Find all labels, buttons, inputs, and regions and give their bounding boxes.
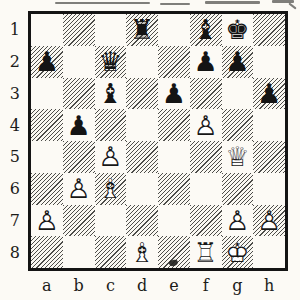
rank-label-1: 1 (2, 14, 24, 46)
file-label-d: d (126, 273, 158, 297)
square-f2[interactable]: ♟ (190, 46, 222, 78)
square-a3[interactable] (31, 78, 63, 110)
black-bishop-piece: ♝ (190, 14, 222, 46)
square-h4[interactable] (253, 109, 285, 141)
file-labels: abcdefgh (31, 273, 285, 297)
square-a6[interactable] (31, 173, 63, 205)
page-artifact-dash (55, 2, 150, 4)
piece-outline: ♕ (222, 141, 254, 173)
piece-outline: ♖ (190, 236, 222, 268)
square-a1[interactable] (31, 14, 63, 46)
chess-board: ♜♝♚♟♛♟♟♝♟♟♟♟♙♟♙♛♕♟♙♝♗♟♙♟♙♟♙♝♗♜♖♚♔ (28, 11, 288, 271)
square-g8[interactable]: ♚♔ (222, 236, 254, 268)
piece-outline: ♙ (95, 141, 127, 173)
rank-label-4: 4 (2, 109, 24, 141)
square-c6[interactable]: ♝♗ (95, 173, 127, 205)
square-h5[interactable] (253, 141, 285, 173)
square-g1[interactable]: ♚ (222, 14, 254, 46)
piece-outline: ♗ (126, 236, 158, 268)
file-label-c: c (95, 273, 127, 297)
piece-outline: ♔ (222, 236, 254, 268)
square-f8[interactable]: ♜♖ (190, 236, 222, 268)
square-a8[interactable] (31, 236, 63, 268)
square-a4[interactable] (31, 109, 63, 141)
square-c5[interactable]: ♟♙ (95, 141, 127, 173)
square-b8[interactable] (63, 236, 95, 268)
square-b7[interactable] (63, 205, 95, 237)
white-pawn-piece: ♟♙ (31, 205, 63, 237)
square-f1[interactable]: ♝ (190, 14, 222, 46)
file-label-a: a (31, 273, 63, 297)
square-f3[interactable] (190, 78, 222, 110)
white-pawn-piece: ♟♙ (253, 205, 285, 237)
rank-label-6: 6 (2, 173, 24, 205)
square-h3[interactable]: ♟ (253, 78, 285, 110)
page-artifact-dash (205, 1, 260, 4)
page-artifact-tick (288, 2, 296, 9)
black-pawn-piece: ♟ (253, 78, 285, 110)
file-label-f: f (190, 273, 222, 297)
square-h1[interactable] (253, 14, 285, 46)
white-pawn-piece: ♟♙ (222, 205, 254, 237)
square-d4[interactable] (126, 109, 158, 141)
black-rook-piece: ♜ (126, 14, 158, 46)
file-label-g: g (222, 273, 254, 297)
white-queen-piece: ♛♕ (222, 141, 254, 173)
square-d3[interactable] (126, 78, 158, 110)
square-a2[interactable]: ♟ (31, 46, 63, 78)
black-king-piece: ♚ (222, 14, 254, 46)
square-f4[interactable]: ♟♙ (190, 109, 222, 141)
square-e1[interactable] (158, 14, 190, 46)
page-artifact-dash (160, 3, 190, 5)
file-label-h: h (253, 273, 285, 297)
square-a5[interactable] (31, 141, 63, 173)
black-pawn-piece: ♟ (31, 46, 63, 78)
white-pawn-piece: ♟♙ (190, 109, 222, 141)
piece-outline: ♙ (63, 173, 95, 205)
black-queen-piece: ♛ (95, 46, 127, 78)
square-h6[interactable] (253, 173, 285, 205)
square-f7[interactable] (190, 205, 222, 237)
square-g2[interactable]: ♟ (222, 46, 254, 78)
square-d5[interactable] (126, 141, 158, 173)
ink-smudge-artifact (168, 259, 178, 266)
white-bishop-piece: ♝♗ (95, 173, 127, 205)
white-rook-piece: ♜♖ (190, 236, 222, 268)
square-h2[interactable] (253, 46, 285, 78)
rank-label-2: 2 (2, 46, 24, 78)
square-e4[interactable] (158, 109, 190, 141)
square-f6[interactable] (190, 173, 222, 205)
black-pawn-piece: ♟ (63, 109, 95, 141)
square-c4[interactable] (95, 109, 127, 141)
file-label-e: e (158, 273, 190, 297)
piece-outline: ♙ (31, 205, 63, 237)
square-f5[interactable] (190, 141, 222, 173)
white-king-piece: ♚♔ (222, 236, 254, 268)
square-b2[interactable] (63, 46, 95, 78)
square-h7[interactable]: ♟♙ (253, 205, 285, 237)
square-c3[interactable]: ♝ (95, 78, 127, 110)
white-bishop-piece: ♝♗ (126, 236, 158, 268)
square-e6[interactable] (158, 173, 190, 205)
square-e7[interactable] (158, 205, 190, 237)
square-e3[interactable]: ♟ (158, 78, 190, 110)
square-g7[interactable]: ♟♙ (222, 205, 254, 237)
white-pawn-piece: ♟♙ (95, 141, 127, 173)
square-g5[interactable]: ♛♕ (222, 141, 254, 173)
square-d8[interactable]: ♝♗ (126, 236, 158, 268)
square-e8[interactable] (158, 236, 190, 268)
black-pawn-piece: ♟ (158, 78, 190, 110)
rank-labels: 12345678 (2, 14, 24, 268)
piece-outline: ♙ (222, 205, 254, 237)
square-d2[interactable] (126, 46, 158, 78)
rank-label-8: 8 (2, 236, 24, 268)
black-bishop-piece: ♝ (95, 78, 127, 110)
piece-outline: ♙ (190, 109, 222, 141)
file-label-b: b (63, 273, 95, 297)
square-c1[interactable] (95, 14, 127, 46)
square-g3[interactable] (222, 78, 254, 110)
square-a7[interactable]: ♟♙ (31, 205, 63, 237)
square-h8[interactable] (253, 236, 285, 268)
page: 12345678 ♜♝♚♟♛♟♟♝♟♟♟♟♙♟♙♛♕♟♙♝♗♟♙♟♙♟♙♝♗♜♖… (0, 0, 300, 300)
square-b4[interactable]: ♟ (63, 109, 95, 141)
square-g4[interactable] (222, 109, 254, 141)
rank-label-3: 3 (2, 78, 24, 110)
square-b1[interactable] (63, 14, 95, 46)
square-c7[interactable] (95, 205, 127, 237)
square-b6[interactable]: ♟♙ (63, 173, 95, 205)
rank-label-7: 7 (2, 205, 24, 237)
square-b5[interactable] (63, 141, 95, 173)
square-d7[interactable] (126, 205, 158, 237)
square-d6[interactable] (126, 173, 158, 205)
square-e5[interactable] (158, 141, 190, 173)
black-pawn-piece: ♟ (190, 46, 222, 78)
square-e2[interactable] (158, 46, 190, 78)
piece-outline: ♗ (95, 173, 127, 205)
square-b3[interactable] (63, 78, 95, 110)
square-g6[interactable] (222, 173, 254, 205)
square-d1[interactable]: ♜ (126, 14, 158, 46)
board-grid: ♜♝♚♟♛♟♟♝♟♟♟♟♙♟♙♛♕♟♙♝♗♟♙♟♙♟♙♝♗♜♖♚♔ (31, 14, 285, 268)
white-pawn-piece: ♟♙ (63, 173, 95, 205)
square-c8[interactable] (95, 236, 127, 268)
rank-label-5: 5 (2, 141, 24, 173)
piece-outline: ♙ (253, 205, 285, 237)
black-pawn-piece: ♟ (222, 46, 254, 78)
square-c2[interactable]: ♛ (95, 46, 127, 78)
